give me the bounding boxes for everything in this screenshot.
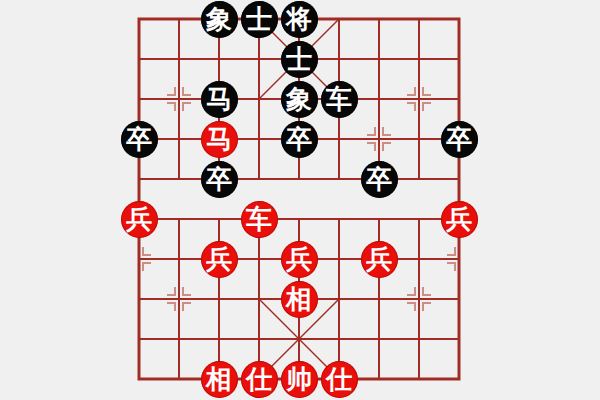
piece-black-advisor[interactable]: 士 <box>241 1 278 38</box>
piece-black-horse[interactable]: 马 <box>201 81 238 118</box>
piece-glyph: 卒 <box>206 161 232 198</box>
piece-red-soldier[interactable]: 兵 <box>201 241 238 278</box>
piece-red-soldier[interactable]: 兵 <box>281 241 318 278</box>
piece-black-soldier[interactable]: 卒 <box>201 161 238 198</box>
piece-glyph: 兵 <box>206 241 232 278</box>
piece-glyph: 象 <box>206 1 232 38</box>
piece-glyph: 仕 <box>326 361 352 398</box>
piece-red-soldier[interactable]: 兵 <box>441 201 478 238</box>
piece-glyph: 卒 <box>286 121 312 158</box>
piece-glyph: 兵 <box>366 241 392 278</box>
piece-red-elephant[interactable]: 相 <box>201 361 238 398</box>
piece-black-soldier[interactable]: 卒 <box>441 121 478 158</box>
piece-red-advisor[interactable]: 仕 <box>241 361 278 398</box>
piece-glyph: 相 <box>286 281 312 318</box>
piece-glyph: 帅 <box>286 361 312 398</box>
piece-glyph: 马 <box>206 121 232 158</box>
piece-red-soldier[interactable]: 兵 <box>121 201 158 238</box>
piece-red-advisor[interactable]: 仕 <box>321 361 358 398</box>
pieces-layer: 象士将士马象车卒马卒卒卒卒兵车兵兵兵兵相相仕帅仕 <box>0 0 600 400</box>
piece-glyph: 仕 <box>246 361 272 398</box>
piece-glyph: 马 <box>206 81 232 118</box>
piece-red-elephant[interactable]: 相 <box>281 281 318 318</box>
piece-glyph: 兵 <box>446 201 472 238</box>
piece-black-general[interactable]: 将 <box>281 1 318 38</box>
piece-glyph: 将 <box>286 1 312 38</box>
piece-red-soldier[interactable]: 兵 <box>361 241 398 278</box>
piece-black-soldier[interactable]: 卒 <box>121 121 158 158</box>
piece-black-advisor[interactable]: 士 <box>281 41 318 78</box>
piece-black-elephant[interactable]: 象 <box>281 81 318 118</box>
piece-black-elephant[interactable]: 象 <box>201 1 238 38</box>
piece-red-horse[interactable]: 马 <box>201 121 238 158</box>
piece-glyph: 卒 <box>446 121 472 158</box>
piece-glyph: 卒 <box>126 121 152 158</box>
piece-red-chariot[interactable]: 车 <box>241 201 278 238</box>
piece-glyph: 卒 <box>366 161 392 198</box>
piece-glyph: 象 <box>286 81 312 118</box>
piece-glyph: 士 <box>286 41 312 78</box>
piece-red-general[interactable]: 帅 <box>281 361 318 398</box>
piece-black-soldier[interactable]: 卒 <box>361 161 398 198</box>
piece-glyph: 兵 <box>126 201 152 238</box>
piece-glyph: 车 <box>246 201 272 238</box>
piece-glyph: 相 <box>206 361 232 398</box>
piece-glyph: 兵 <box>286 241 312 278</box>
piece-glyph: 车 <box>326 81 352 118</box>
xiangqi-board[interactable]: 象士将士马象车卒马卒卒卒卒兵车兵兵兵兵相相仕帅仕 <box>0 0 600 400</box>
piece-glyph: 士 <box>246 1 272 38</box>
piece-black-chariot[interactable]: 车 <box>321 81 358 118</box>
piece-black-soldier[interactable]: 卒 <box>281 121 318 158</box>
